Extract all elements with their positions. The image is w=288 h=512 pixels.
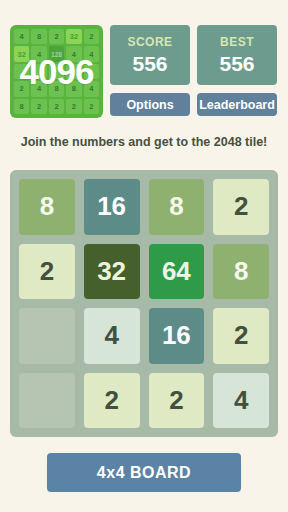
- logo-title: 4096: [10, 25, 103, 118]
- tile-8: 8: [19, 179, 75, 235]
- app-logo: 482322324128442488482222 4096: [10, 25, 103, 118]
- tile-8: 8: [149, 179, 205, 235]
- best-box: BEST 556: [197, 25, 277, 85]
- tile-8: 8: [213, 244, 269, 300]
- tile-16: 16: [149, 308, 205, 364]
- tile-2: 2: [84, 373, 140, 429]
- tile-4: 4: [84, 308, 140, 364]
- tagline: Join the numbers and get to the 2048 til…: [0, 135, 288, 149]
- score-label: SCORE: [110, 35, 190, 49]
- score-value: 556: [110, 52, 190, 76]
- empty-cell: [19, 373, 75, 429]
- tile-32: 32: [84, 244, 140, 300]
- score-box: SCORE 556: [110, 25, 190, 85]
- tile-2: 2: [149, 373, 205, 429]
- board-size-button[interactable]: 4x4 BOARD: [47, 453, 241, 492]
- leaderboard-button[interactable]: Leaderboard: [197, 93, 277, 116]
- tile-4: 4: [213, 373, 269, 429]
- game-board[interactable]: 816822326484162224: [10, 170, 278, 437]
- tile-16: 16: [84, 179, 140, 235]
- tile-64: 64: [149, 244, 205, 300]
- tile-2: 2: [213, 308, 269, 364]
- tile-2: 2: [213, 179, 269, 235]
- empty-cell: [19, 308, 75, 364]
- tile-2: 2: [19, 244, 75, 300]
- best-label: BEST: [197, 35, 277, 49]
- best-value: 556: [197, 52, 277, 76]
- options-button[interactable]: Options: [110, 93, 190, 116]
